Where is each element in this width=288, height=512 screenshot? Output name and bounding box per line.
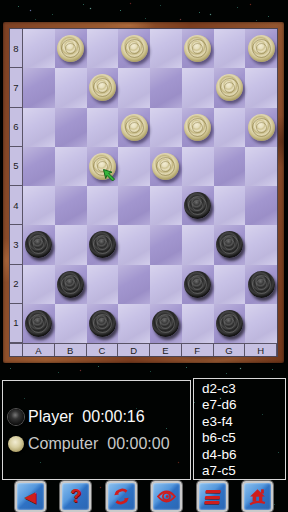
rank-label-7: 7 bbox=[10, 68, 23, 107]
player-row-human: Player 00:00:16 bbox=[8, 408, 190, 426]
square-d6[interactable] bbox=[118, 108, 150, 147]
player-name: Player bbox=[28, 408, 73, 426]
move-entry: e7-d6 bbox=[202, 397, 285, 413]
square-c1[interactable] bbox=[87, 304, 119, 343]
move-entry: d2-c3 bbox=[202, 381, 285, 397]
square-d2[interactable] bbox=[118, 265, 150, 304]
white-man[interactable] bbox=[152, 153, 179, 180]
menu-button[interactable] bbox=[197, 481, 228, 512]
square-b3[interactable] bbox=[55, 225, 87, 264]
square-d3[interactable] bbox=[118, 225, 150, 264]
square-a6[interactable] bbox=[23, 108, 55, 147]
square-h1[interactable] bbox=[245, 304, 277, 343]
white-man[interactable] bbox=[248, 114, 275, 141]
home-button[interactable] bbox=[242, 481, 273, 512]
file-label-h: H bbox=[245, 343, 277, 356]
starfield-bright-stars bbox=[0, 0, 1, 1]
square-d4[interactable] bbox=[118, 186, 150, 225]
board-grid: 87654321ABCDEFGH bbox=[10, 29, 277, 356]
file-label-d: D bbox=[118, 343, 150, 356]
square-c3[interactable] bbox=[87, 225, 119, 264]
rank-label-4: 4 bbox=[10, 186, 23, 225]
black-man[interactable] bbox=[184, 271, 211, 298]
back-button[interactable]: ◀ bbox=[15, 481, 46, 512]
black-man[interactable] bbox=[216, 231, 243, 258]
square-e3[interactable] bbox=[150, 225, 182, 264]
square-c4[interactable] bbox=[87, 186, 119, 225]
white-man[interactable] bbox=[248, 35, 275, 62]
square-g6[interactable] bbox=[214, 108, 246, 147]
player-row-computer: Computer 00:00:00 bbox=[8, 435, 190, 453]
player-clock: 00:00:16 bbox=[82, 408, 144, 426]
square-a7[interactable] bbox=[23, 68, 55, 107]
back-arrow-icon: ◀ bbox=[24, 488, 36, 506]
square-b6[interactable] bbox=[55, 108, 87, 147]
square-e6[interactable] bbox=[150, 108, 182, 147]
square-e4[interactable] bbox=[150, 186, 182, 225]
move-entry: d4-b6 bbox=[202, 447, 285, 463]
square-d7[interactable] bbox=[118, 68, 150, 107]
square-g5[interactable] bbox=[214, 147, 246, 186]
white-piece-icon bbox=[8, 436, 24, 452]
file-label-b: B bbox=[55, 343, 87, 356]
square-f3[interactable] bbox=[182, 225, 214, 264]
square-f5[interactable] bbox=[182, 147, 214, 186]
board-frame: 87654321ABCDEFGH bbox=[3, 22, 284, 363]
square-b2[interactable] bbox=[55, 265, 87, 304]
square-b5[interactable] bbox=[55, 147, 87, 186]
square-f1[interactable] bbox=[182, 304, 214, 343]
selection-cursor-icon bbox=[101, 167, 117, 183]
file-label-e: E bbox=[150, 343, 182, 356]
menu-list-icon bbox=[204, 490, 220, 504]
move-list-panel[interactable]: d2-c3e7-d6e3-f4b6-c5d4-b6a7-c5 bbox=[193, 378, 286, 480]
black-piece-icon bbox=[8, 409, 24, 425]
rank-label-2: 2 bbox=[10, 265, 23, 304]
file-label-c: C bbox=[87, 343, 119, 356]
square-d8[interactable] bbox=[118, 29, 150, 68]
rank-label-1: 1 bbox=[10, 304, 23, 343]
square-g7[interactable] bbox=[214, 68, 246, 107]
square-e8[interactable] bbox=[150, 29, 182, 68]
square-b4[interactable] bbox=[55, 186, 87, 225]
square-g2[interactable] bbox=[214, 265, 246, 304]
file-label-g: G bbox=[214, 343, 246, 356]
square-c2[interactable] bbox=[87, 265, 119, 304]
rank-label-8: 8 bbox=[10, 29, 23, 68]
white-man[interactable] bbox=[121, 35, 148, 62]
square-b7[interactable] bbox=[55, 68, 87, 107]
black-man[interactable] bbox=[184, 192, 211, 219]
computer-clock: 00:00:00 bbox=[107, 435, 169, 453]
move-entry: b6-c5 bbox=[202, 430, 285, 446]
black-man[interactable] bbox=[25, 310, 52, 337]
computer-name: Computer bbox=[28, 435, 98, 453]
restart-button[interactable] bbox=[106, 481, 137, 512]
square-g3[interactable] bbox=[214, 225, 246, 264]
players-panel: Player 00:00:16 Computer 00:00:00 bbox=[2, 380, 191, 480]
rank-label-3: 3 bbox=[10, 225, 23, 264]
square-h8[interactable] bbox=[245, 29, 277, 68]
square-g4[interactable] bbox=[214, 186, 246, 225]
square-g1[interactable] bbox=[214, 304, 246, 343]
square-d5[interactable] bbox=[118, 147, 150, 186]
square-e5[interactable] bbox=[150, 147, 182, 186]
eye-icon bbox=[157, 490, 176, 503]
square-c8[interactable] bbox=[87, 29, 119, 68]
square-a3[interactable] bbox=[23, 225, 55, 264]
white-man[interactable] bbox=[184, 114, 211, 141]
square-f2[interactable] bbox=[182, 265, 214, 304]
square-c6[interactable] bbox=[87, 108, 119, 147]
home-icon bbox=[248, 487, 267, 506]
square-f8[interactable] bbox=[182, 29, 214, 68]
square-h2[interactable] bbox=[245, 265, 277, 304]
black-man[interactable] bbox=[89, 231, 116, 258]
circular-arrows-icon bbox=[113, 488, 130, 505]
square-a2[interactable] bbox=[23, 265, 55, 304]
file-label-a: A bbox=[23, 343, 55, 356]
help-button[interactable]: ? bbox=[60, 481, 91, 512]
square-a8[interactable] bbox=[23, 29, 55, 68]
square-e2[interactable] bbox=[150, 265, 182, 304]
square-f4[interactable] bbox=[182, 186, 214, 225]
square-h6[interactable] bbox=[245, 108, 277, 147]
move-entry: e3-f4 bbox=[202, 414, 285, 430]
square-c5[interactable] bbox=[87, 147, 119, 186]
square-h4[interactable] bbox=[245, 186, 277, 225]
black-man[interactable] bbox=[57, 271, 84, 298]
view-button[interactable] bbox=[151, 481, 182, 512]
black-man[interactable] bbox=[248, 271, 275, 298]
square-a1[interactable] bbox=[23, 304, 55, 343]
square-e1[interactable] bbox=[150, 304, 182, 343]
white-man[interactable] bbox=[121, 114, 148, 141]
white-man[interactable] bbox=[89, 74, 116, 101]
square-b8[interactable] bbox=[55, 29, 87, 68]
square-d1[interactable] bbox=[118, 304, 150, 343]
white-man[interactable] bbox=[216, 74, 243, 101]
square-b1[interactable] bbox=[55, 304, 87, 343]
toolbar: ◀ ? bbox=[0, 481, 288, 512]
file-label-f: F bbox=[182, 343, 214, 356]
square-a5[interactable] bbox=[23, 147, 55, 186]
square-a4[interactable] bbox=[23, 186, 55, 225]
square-h5[interactable] bbox=[245, 147, 277, 186]
square-c7[interactable] bbox=[87, 68, 119, 107]
board-corner-cell bbox=[10, 343, 23, 356]
white-man[interactable] bbox=[184, 35, 211, 62]
square-h7[interactable] bbox=[245, 68, 277, 107]
rank-label-6: 6 bbox=[10, 108, 23, 147]
game-screen: 87654321ABCDEFGH Player 00:00:16 Compute… bbox=[0, 0, 288, 512]
black-man[interactable] bbox=[89, 310, 116, 337]
square-h3[interactable] bbox=[245, 225, 277, 264]
black-man[interactable] bbox=[25, 231, 52, 258]
white-man[interactable] bbox=[57, 35, 84, 62]
rank-label-5: 5 bbox=[10, 147, 23, 186]
square-f6[interactable] bbox=[182, 108, 214, 147]
move-entry: a7-c5 bbox=[202, 463, 285, 479]
black-man[interactable] bbox=[152, 310, 179, 337]
square-f7[interactable] bbox=[182, 68, 214, 107]
black-man[interactable] bbox=[216, 310, 243, 337]
square-g8[interactable] bbox=[214, 29, 246, 68]
square-e7[interactable] bbox=[150, 68, 182, 107]
question-mark-icon: ? bbox=[70, 486, 81, 507]
